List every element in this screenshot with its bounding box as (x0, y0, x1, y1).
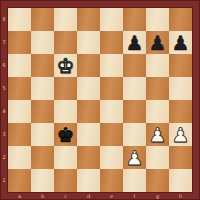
square-d7[interactable] (77, 31, 100, 54)
square-h4[interactable] (169, 100, 192, 123)
square-g1[interactable] (146, 169, 169, 192)
white-king[interactable]: ♚ (57, 56, 75, 76)
square-g6[interactable] (146, 54, 169, 77)
square-g4[interactable] (146, 100, 169, 123)
square-g5[interactable] (146, 77, 169, 100)
square-b6[interactable] (31, 54, 54, 77)
square-a3[interactable] (8, 123, 31, 146)
square-c8[interactable] (54, 8, 77, 31)
square-b5[interactable] (31, 77, 54, 100)
black-king[interactable]: ♚ (57, 125, 75, 145)
square-e6[interactable] (100, 54, 123, 77)
file-label-d: d (77, 194, 100, 199)
square-g2[interactable] (146, 146, 169, 169)
square-h3[interactable]: ♟ (169, 123, 192, 146)
square-d4[interactable] (77, 100, 100, 123)
rank-label-8: 8 (1, 8, 7, 31)
black-pawn[interactable]: ♟ (126, 33, 144, 53)
square-d8[interactable] (77, 8, 100, 31)
square-g8[interactable] (146, 8, 169, 31)
rank-label-7: 7 (1, 31, 7, 54)
square-e3[interactable] (100, 123, 123, 146)
square-c6[interactable]: ♚ (54, 54, 77, 77)
square-f7[interactable]: ♟ (123, 31, 146, 54)
square-b1[interactable] (31, 169, 54, 192)
square-h7[interactable]: ♟ (169, 31, 192, 54)
file-label-c: c (54, 194, 77, 199)
square-f5[interactable] (123, 77, 146, 100)
square-d6[interactable] (77, 54, 100, 77)
square-b8[interactable] (31, 8, 54, 31)
square-a1[interactable] (8, 169, 31, 192)
square-f3[interactable] (123, 123, 146, 146)
square-g7[interactable]: ♟ (146, 31, 169, 54)
square-e1[interactable] (100, 169, 123, 192)
white-pawn[interactable]: ♟ (126, 148, 144, 168)
square-a7[interactable] (8, 31, 31, 54)
file-label-b: b (31, 194, 54, 199)
square-e2[interactable] (100, 146, 123, 169)
square-f2[interactable]: ♟ (123, 146, 146, 169)
rank-label-2: 2 (1, 146, 7, 169)
chess-board-frame: ♟♟♟♚♚♟♟♟ 87654321 abcdefgh (0, 0, 200, 200)
square-c2[interactable] (54, 146, 77, 169)
square-f6[interactable] (123, 54, 146, 77)
file-label-h: h (169, 194, 192, 199)
square-b4[interactable] (31, 100, 54, 123)
black-pawn[interactable]: ♟ (172, 33, 190, 53)
file-label-g: g (146, 194, 169, 199)
square-c7[interactable] (54, 31, 77, 54)
square-h6[interactable] (169, 54, 192, 77)
rank-label-4: 4 (1, 100, 7, 123)
black-pawn[interactable]: ♟ (149, 33, 167, 53)
square-a6[interactable] (8, 54, 31, 77)
square-c1[interactable] (54, 169, 77, 192)
square-d1[interactable] (77, 169, 100, 192)
file-label-f: f (123, 194, 146, 199)
square-h5[interactable] (169, 77, 192, 100)
white-pawn[interactable]: ♟ (172, 125, 190, 145)
rank-label-1: 1 (1, 169, 7, 192)
square-e4[interactable] (100, 100, 123, 123)
square-e5[interactable] (100, 77, 123, 100)
chess-board: ♟♟♟♚♚♟♟♟ (8, 8, 192, 192)
square-h8[interactable] (169, 8, 192, 31)
square-a8[interactable] (8, 8, 31, 31)
square-a5[interactable] (8, 77, 31, 100)
square-c5[interactable] (54, 77, 77, 100)
square-c3[interactable]: ♚ (54, 123, 77, 146)
white-pawn[interactable]: ♟ (149, 125, 167, 145)
square-d3[interactable] (77, 123, 100, 146)
rank-label-6: 6 (1, 54, 7, 77)
rank-label-5: 5 (1, 77, 7, 100)
file-label-a: a (8, 194, 31, 199)
square-h2[interactable] (169, 146, 192, 169)
square-e8[interactable] (100, 8, 123, 31)
square-b7[interactable] (31, 31, 54, 54)
square-f4[interactable] (123, 100, 146, 123)
square-h1[interactable] (169, 169, 192, 192)
square-c4[interactable] (54, 100, 77, 123)
square-a2[interactable] (8, 146, 31, 169)
square-a4[interactable] (8, 100, 31, 123)
square-f1[interactable] (123, 169, 146, 192)
square-d2[interactable] (77, 146, 100, 169)
square-b2[interactable] (31, 146, 54, 169)
square-d5[interactable] (77, 77, 100, 100)
square-b3[interactable] (31, 123, 54, 146)
rank-label-3: 3 (1, 123, 7, 146)
square-f8[interactable] (123, 8, 146, 31)
square-g3[interactable]: ♟ (146, 123, 169, 146)
file-label-e: e (100, 194, 123, 199)
square-e7[interactable] (100, 31, 123, 54)
